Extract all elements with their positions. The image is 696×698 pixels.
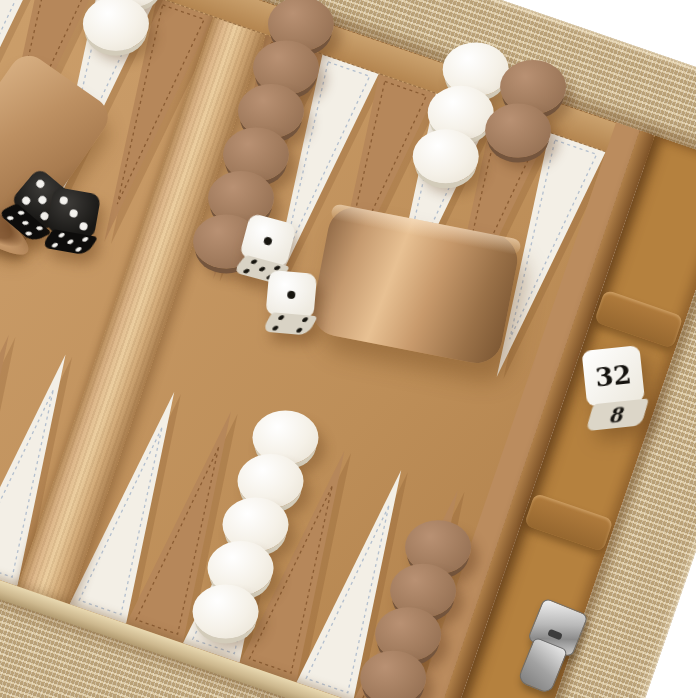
die-pip	[51, 242, 59, 247]
die-pip	[16, 210, 25, 216]
die-pip	[257, 267, 265, 273]
die-front-face	[262, 312, 318, 335]
die-pip	[242, 268, 250, 274]
die-pip	[20, 220, 29, 226]
die-pip	[35, 178, 46, 189]
die-pip	[74, 246, 82, 251]
die-pip	[59, 195, 68, 204]
die-pip	[35, 225, 44, 231]
doubling-cube-top-face: 32	[582, 345, 646, 407]
doubling-cube-front-value: 8	[607, 402, 628, 428]
die-pip	[79, 221, 88, 230]
die-pip	[69, 208, 78, 217]
die-pip	[66, 239, 74, 244]
die-pip	[249, 259, 257, 265]
die-pip	[24, 230, 33, 236]
checker-brown[interactable]	[485, 104, 551, 158]
die-pip	[295, 327, 303, 332]
die-black-2[interactable]	[43, 187, 101, 256]
die-pip	[301, 317, 309, 322]
die-pip	[6, 215, 15, 221]
checker-brown[interactable]	[360, 651, 426, 698]
die-white-2[interactable]	[264, 270, 317, 336]
die-pip	[287, 290, 296, 299]
die-pip	[21, 195, 32, 206]
latch-slot	[547, 629, 563, 641]
doubling-cube[interactable]: 32 8	[582, 345, 648, 431]
backgammon-case: 32 8	[0, 0, 696, 698]
checker-white[interactable]	[413, 129, 479, 183]
die-pip	[37, 194, 48, 205]
die-pip	[57, 233, 65, 238]
die-pip	[271, 325, 279, 330]
die-pip	[277, 315, 285, 320]
checker-white[interactable]	[193, 584, 259, 638]
doubling-cube-top-value: 32	[594, 359, 633, 393]
backgammon-case-photo: 32 8	[0, 0, 696, 698]
die-pip	[81, 237, 89, 242]
die-pip	[263, 236, 273, 246]
die-top-face	[265, 270, 317, 319]
